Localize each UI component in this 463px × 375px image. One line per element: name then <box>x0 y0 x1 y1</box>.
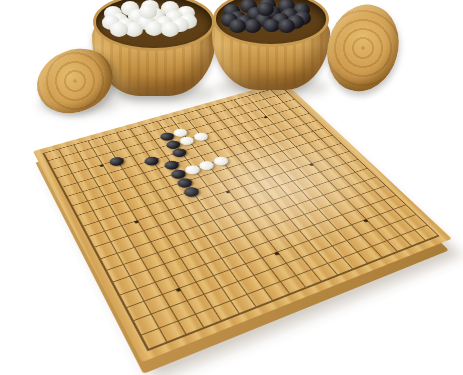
black-stone-bowl <box>212 0 330 90</box>
black-stone-in-bowl <box>263 19 280 33</box>
black-stone-in-bowl <box>229 19 246 33</box>
black-stone-in-bowl <box>244 19 261 33</box>
white-stone-in-bowl <box>161 22 179 37</box>
grid-lines <box>43 86 440 351</box>
black-stone-in-bowl <box>278 19 295 33</box>
white-stone-in-bowl <box>125 22 143 37</box>
white-stone-in-bowl <box>110 22 128 37</box>
product-photo-scene <box>0 0 463 375</box>
black-stone-in-bowl <box>257 2 274 16</box>
go-board-grid <box>33 82 452 363</box>
